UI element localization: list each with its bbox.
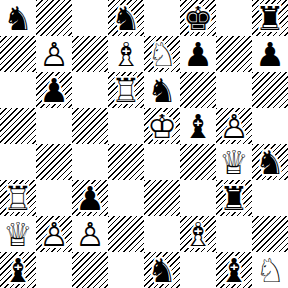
square-c8[interactable] [72, 0, 108, 36]
square-h7[interactable]: ♟♟ [252, 36, 288, 72]
chess-board: ♞♞♞♞♚♚♜♜♟♙♝♗♞♘♟♟♟♟♟♟♜♖♞♞♚♔♝♝♟♙♛♕♞♞♜♖♟♟♜♜… [0, 0, 288, 288]
black-rook-g3: ♜♜ [216, 180, 252, 216]
piece-glyph: ♙ [39, 218, 69, 251]
square-g6[interactable] [216, 72, 252, 108]
black-bishop-a1: ♝♝ [0, 252, 36, 288]
white-pawn-g5: ♟♙ [216, 108, 252, 144]
square-e7[interactable]: ♞♘ [144, 36, 180, 72]
square-e8[interactable] [144, 0, 180, 36]
black-pawn-f7: ♟♟ [180, 36, 216, 72]
piece-glyph: ♝ [183, 110, 213, 143]
piece-glyph: ♞ [147, 74, 177, 107]
square-d6[interactable]: ♜♖ [108, 72, 144, 108]
square-d3[interactable] [108, 180, 144, 216]
piece-glyph: ♗ [183, 218, 213, 251]
square-f4[interactable] [180, 144, 216, 180]
square-a5[interactable] [0, 108, 36, 144]
square-b3[interactable] [36, 180, 72, 216]
square-d5[interactable] [108, 108, 144, 144]
black-knight-e6: ♞♞ [144, 72, 180, 108]
black-pawn-b6: ♟♟ [36, 72, 72, 108]
white-knight-h1: ♞♘ [252, 252, 288, 288]
square-g1[interactable]: ♝♝ [216, 252, 252, 288]
piece-glyph: ♞ [3, 2, 33, 35]
square-h2[interactable] [252, 216, 288, 252]
white-bishop-f2: ♝♗ [180, 216, 216, 252]
piece-glyph: ♙ [39, 38, 69, 71]
square-g7[interactable] [216, 36, 252, 72]
square-e3[interactable] [144, 180, 180, 216]
piece-glyph: ♕ [219, 146, 249, 179]
black-knight-a8: ♞♞ [0, 0, 36, 36]
square-d1[interactable] [108, 252, 144, 288]
square-b8[interactable] [36, 0, 72, 36]
piece-glyph: ♘ [147, 38, 177, 71]
square-g3[interactable]: ♜♜ [216, 180, 252, 216]
square-a8[interactable]: ♞♞ [0, 0, 36, 36]
square-d8[interactable]: ♞♞ [108, 0, 144, 36]
square-c2[interactable]: ♟♙ [72, 216, 108, 252]
white-rook-a3: ♜♖ [0, 180, 36, 216]
square-e1[interactable]: ♞♞ [144, 252, 180, 288]
square-h4[interactable]: ♞♞ [252, 144, 288, 180]
piece-glyph: ♗ [111, 38, 141, 71]
square-c6[interactable] [72, 72, 108, 108]
square-d4[interactable] [108, 144, 144, 180]
black-rook-h8: ♜♜ [252, 0, 288, 36]
square-h3[interactable] [252, 180, 288, 216]
white-pawn-b7: ♟♙ [36, 36, 72, 72]
white-knight-e7: ♞♘ [144, 36, 180, 72]
square-c4[interactable] [72, 144, 108, 180]
square-b5[interactable] [36, 108, 72, 144]
piece-glyph: ♖ [3, 182, 33, 215]
piece-glyph: ♚ [183, 2, 213, 35]
square-g4[interactable]: ♛♕ [216, 144, 252, 180]
piece-glyph: ♞ [111, 2, 141, 35]
piece-glyph: ♘ [255, 254, 285, 287]
piece-glyph: ♝ [219, 254, 249, 287]
square-f8[interactable]: ♚♚ [180, 0, 216, 36]
piece-glyph: ♞ [255, 146, 285, 179]
white-pawn-b2: ♟♙ [36, 216, 72, 252]
piece-glyph: ♕ [3, 218, 33, 251]
piece-glyph: ♟ [255, 38, 285, 71]
square-a2[interactable]: ♛♕ [0, 216, 36, 252]
square-h5[interactable] [252, 108, 288, 144]
square-e4[interactable] [144, 144, 180, 180]
square-e5[interactable]: ♚♔ [144, 108, 180, 144]
square-g8[interactable] [216, 0, 252, 36]
black-knight-e1: ♞♞ [144, 252, 180, 288]
square-a7[interactable] [0, 36, 36, 72]
black-knight-d8: ♞♞ [108, 0, 144, 36]
white-queen-g4: ♛♕ [216, 144, 252, 180]
square-a6[interactable] [0, 72, 36, 108]
square-g5[interactable]: ♟♙ [216, 108, 252, 144]
piece-glyph: ♟ [183, 38, 213, 71]
square-h8[interactable]: ♜♜ [252, 0, 288, 36]
square-f6[interactable] [180, 72, 216, 108]
piece-glyph: ♙ [219, 110, 249, 143]
piece-glyph: ♔ [147, 110, 177, 143]
square-d7[interactable]: ♝♗ [108, 36, 144, 72]
piece-glyph: ♝ [3, 254, 33, 287]
square-f7[interactable]: ♟♟ [180, 36, 216, 72]
square-c7[interactable] [72, 36, 108, 72]
square-b4[interactable] [36, 144, 72, 180]
square-e6[interactable]: ♞♞ [144, 72, 180, 108]
square-b2[interactable]: ♟♙ [36, 216, 72, 252]
square-f1[interactable] [180, 252, 216, 288]
white-queen-a2: ♛♕ [0, 216, 36, 252]
piece-glyph: ♖ [111, 74, 141, 107]
black-pawn-c3: ♟♟ [72, 180, 108, 216]
piece-glyph: ♜ [255, 2, 285, 35]
square-c5[interactable] [72, 108, 108, 144]
black-bishop-f5: ♝♝ [180, 108, 216, 144]
square-b6[interactable]: ♟♟ [36, 72, 72, 108]
piece-glyph: ♟ [39, 74, 69, 107]
square-c1[interactable] [72, 252, 108, 288]
square-a1[interactable]: ♝♝ [0, 252, 36, 288]
white-rook-d6: ♜♖ [108, 72, 144, 108]
square-e2[interactable] [144, 216, 180, 252]
black-knight-h4: ♞♞ [252, 144, 288, 180]
piece-glyph: ♞ [147, 254, 177, 287]
square-h6[interactable] [252, 72, 288, 108]
square-g2[interactable] [216, 216, 252, 252]
piece-glyph: ♙ [75, 218, 105, 251]
white-pawn-c2: ♟♙ [72, 216, 108, 252]
square-h1[interactable]: ♞♘ [252, 252, 288, 288]
black-pawn-h7: ♟♟ [252, 36, 288, 72]
black-king-f8: ♚♚ [180, 0, 216, 36]
square-b1[interactable] [36, 252, 72, 288]
square-a4[interactable] [0, 144, 36, 180]
piece-glyph: ♟ [75, 182, 105, 215]
black-bishop-g1: ♝♝ [216, 252, 252, 288]
white-king-e5: ♚♔ [144, 108, 180, 144]
square-f3[interactable] [180, 180, 216, 216]
square-d2[interactable] [108, 216, 144, 252]
square-f5[interactable]: ♝♝ [180, 108, 216, 144]
square-f2[interactable]: ♝♗ [180, 216, 216, 252]
square-c3[interactable]: ♟♟ [72, 180, 108, 216]
piece-glyph: ♜ [219, 182, 249, 215]
square-b7[interactable]: ♟♙ [36, 36, 72, 72]
white-bishop-d7: ♝♗ [108, 36, 144, 72]
square-a3[interactable]: ♜♖ [0, 180, 36, 216]
